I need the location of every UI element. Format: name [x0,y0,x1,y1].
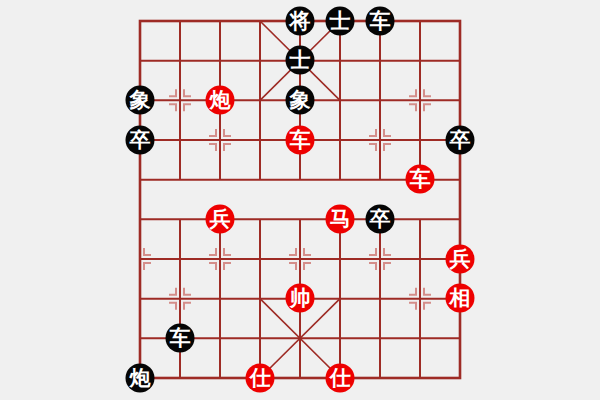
board-point-f7r5[interactable] [360,160,400,200]
red-chariot[interactable]: 车 [286,125,315,154]
board-point-f8r7[interactable] [400,239,440,279]
board-point-f6r9[interactable] [320,318,360,358]
board-point-f2r5[interactable] [160,160,200,200]
red-advisor[interactable]: 仕 [326,363,355,392]
black-elephant[interactable]: 象 [286,86,315,115]
board-point-f9r9[interactable] [440,318,480,358]
board-point-f2r6[interactable] [160,199,200,239]
red-soldier[interactable]: 兵 [206,205,235,234]
black-advisor[interactable]: 士 [326,6,355,35]
board-point-f9r3[interactable] [440,80,480,120]
board-point-f8r3[interactable] [400,80,440,120]
board-point-f9r2[interactable] [440,41,480,81]
board-point-f6r4[interactable] [320,120,360,160]
black-chariot[interactable]: 车 [166,324,195,353]
board-point-f7r9[interactable] [360,318,400,358]
board-point-f3r8[interactable] [200,279,240,319]
black-cannon[interactable]: 炮 [126,363,155,392]
xiangqi-app-window: 将士车士象炮象卒车卒车兵马卒兵帅相车炮仕仕 [0,0,600,400]
board-point-f3r2[interactable] [200,41,240,81]
board-point-f6r3[interactable] [320,80,360,120]
board-point-f5r4[interactable]: 车 [280,120,320,160]
board-point-f1r8[interactable] [120,279,160,319]
board-point-f5r5[interactable] [280,160,320,200]
board-point-f5r8[interactable]: 帅 [280,279,320,319]
board-point-f1r7[interactable] [120,239,160,279]
board-point-f6r2[interactable] [320,41,360,81]
board-point-f1r6[interactable] [120,199,160,239]
board-point-f8r6[interactable] [400,199,440,239]
board-point-f4r10[interactable]: 仕 [240,358,280,398]
board-point-f7r7[interactable] [360,239,400,279]
black-elephant[interactable]: 象 [126,86,155,115]
red-horse[interactable]: 马 [326,205,355,234]
red-soldier[interactable]: 兵 [446,244,475,273]
board-point-f5r9[interactable] [280,318,320,358]
board-point-f3r7[interactable] [200,239,240,279]
board-point-f8r1[interactable] [400,1,440,41]
board-point-f6r5[interactable] [320,160,360,200]
board-point-f7r4[interactable] [360,120,400,160]
board-point-f8r4[interactable] [400,120,440,160]
red-general[interactable]: 帅 [286,284,315,313]
board-point-f2r7[interactable] [160,239,200,279]
board-point-f2r9[interactable]: 车 [160,318,200,358]
board-point-f4r3[interactable] [240,80,280,120]
board-point-f1r2[interactable] [120,41,160,81]
red-cannon[interactable]: 炮 [206,86,235,115]
black-advisor[interactable]: 士 [286,46,315,75]
board-point-f2r2[interactable] [160,41,200,81]
board-point-f7r8[interactable] [360,279,400,319]
board-point-f9r8[interactable]: 相 [440,279,480,319]
black-soldier[interactable]: 卒 [126,125,155,154]
board-point-f6r8[interactable] [320,279,360,319]
xiangqi-board: 将士车士象炮象卒车卒车兵马卒兵帅相车炮仕仕 [120,1,480,398]
board-point-f9r10[interactable] [440,358,480,398]
board-point-f5r7[interactable] [280,239,320,279]
red-elephant[interactable]: 相 [446,284,475,313]
board-point-f3r3[interactable]: 炮 [200,80,240,120]
board-point-f9r1[interactable] [440,1,480,41]
red-advisor[interactable]: 仕 [246,363,275,392]
board-point-f4r9[interactable] [240,318,280,358]
board-point-f5r2[interactable]: 士 [280,41,320,81]
board-point-f9r7[interactable]: 兵 [440,239,480,279]
board-point-f7r10[interactable] [360,358,400,398]
board-point-f7r2[interactable] [360,41,400,81]
board-point-f8r2[interactable] [400,41,440,81]
red-chariot[interactable]: 车 [406,165,435,194]
board-point-f3r9[interactable] [200,318,240,358]
board-point-f9r4[interactable]: 卒 [440,120,480,160]
board-point-f6r1[interactable]: 士 [320,1,360,41]
board-point-f3r1[interactable] [200,1,240,41]
board-point-f3r5[interactable] [200,160,240,200]
board-point-f6r10[interactable]: 仕 [320,358,360,398]
board-point-f2r3[interactable] [160,80,200,120]
board-point-f2r1[interactable] [160,1,200,41]
black-general[interactable]: 将 [286,6,315,35]
board-point-f9r6[interactable] [440,199,480,239]
board-point-f8r8[interactable] [400,279,440,319]
board-point-f7r6[interactable]: 卒 [360,199,400,239]
board-point-f7r3[interactable] [360,80,400,120]
board-point-f4r4[interactable] [240,120,280,160]
board-point-f1r9[interactable] [120,318,160,358]
board-point-f8r9[interactable] [400,318,440,358]
board-point-f5r3[interactable]: 象 [280,80,320,120]
board-point-f6r6[interactable]: 马 [320,199,360,239]
board-point-f2r10[interactable] [160,358,200,398]
board-point-f3r4[interactable] [200,120,240,160]
board-point-f4r2[interactable] [240,41,280,81]
board-point-f5r6[interactable] [280,199,320,239]
board-point-f8r10[interactable] [400,358,440,398]
board-point-f3r6[interactable]: 兵 [200,199,240,239]
black-soldier[interactable]: 卒 [366,205,395,234]
board-point-f1r3[interactable]: 象 [120,80,160,120]
board-point-f7r1[interactable]: 车 [360,1,400,41]
board-point-f5r1[interactable]: 将 [280,1,320,41]
board-point-f1r4[interactable]: 卒 [120,120,160,160]
black-chariot[interactable]: 车 [366,6,395,35]
board-point-f8r5[interactable]: 车 [400,160,440,200]
board-point-f1r1[interactable] [120,1,160,41]
board-point-f2r4[interactable] [160,120,200,160]
board-point-f4r7[interactable] [240,239,280,279]
board-point-f5r10[interactable] [280,358,320,398]
board-point-f4r8[interactable] [240,279,280,319]
board-point-f4r1[interactable] [240,1,280,41]
board-point-f1r10[interactable]: 炮 [120,358,160,398]
board-point-f6r7[interactable] [320,239,360,279]
board-point-f2r8[interactable] [160,279,200,319]
board-point-f4r6[interactable] [240,199,280,239]
black-soldier[interactable]: 卒 [446,125,475,154]
board-point-f3r10[interactable] [200,358,240,398]
board-point-f1r5[interactable] [120,160,160,200]
board-point-f9r5[interactable] [440,160,480,200]
board-point-f4r5[interactable] [240,160,280,200]
